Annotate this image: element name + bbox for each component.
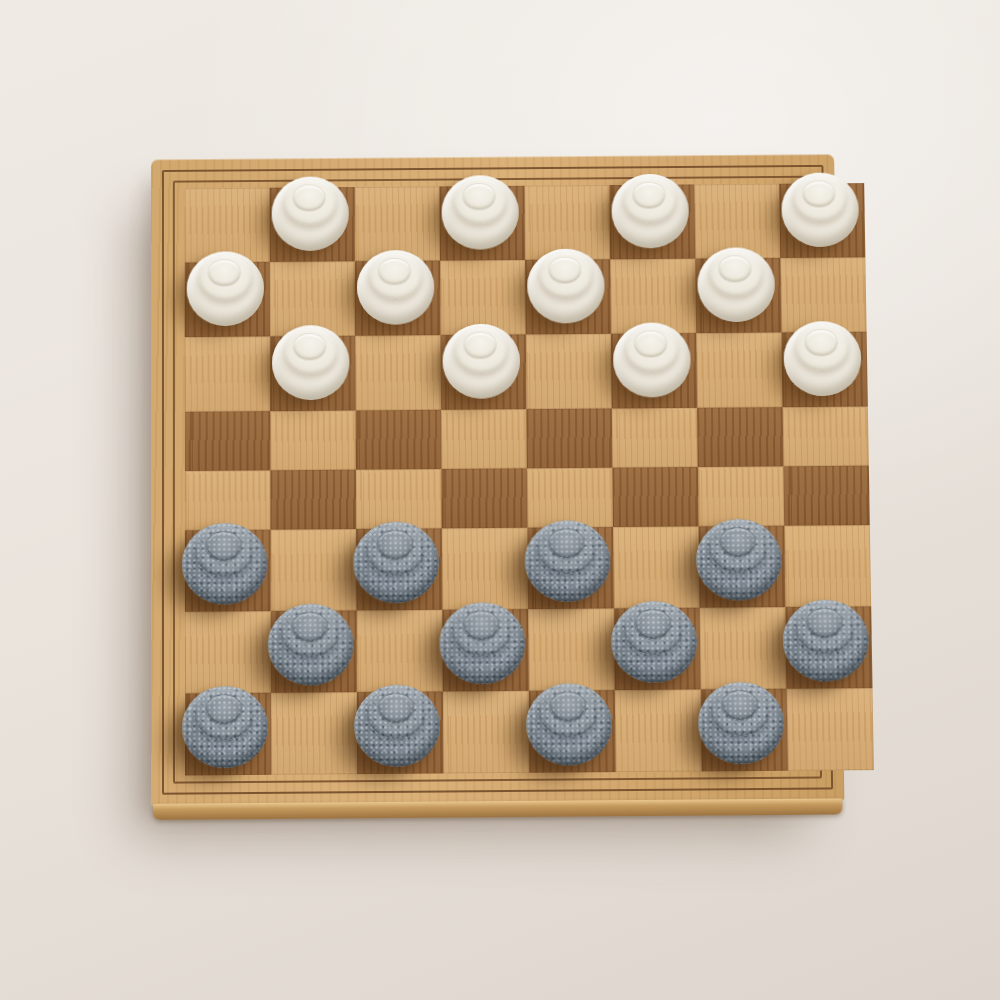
checker-knob bbox=[292, 613, 326, 642]
square-r5c7[interactable] bbox=[698, 466, 784, 526]
square-r5c1[interactable] bbox=[185, 470, 271, 530]
white-checker[interactable] bbox=[272, 325, 350, 400]
square-r4c6[interactable] bbox=[612, 408, 698, 468]
checker-knob bbox=[720, 528, 755, 556]
square-r6c4[interactable] bbox=[442, 528, 528, 610]
checker-knob bbox=[464, 184, 495, 210]
gray-checker[interactable] bbox=[182, 686, 268, 769]
checker-knob bbox=[207, 695, 241, 724]
checker-knob bbox=[209, 260, 240, 286]
checker-knob bbox=[549, 530, 584, 558]
checker-knob bbox=[207, 532, 241, 560]
gray-checker[interactable] bbox=[354, 684, 440, 767]
checker-cap bbox=[368, 253, 422, 300]
gray-checker[interactable] bbox=[353, 521, 439, 603]
checker-cap bbox=[283, 179, 336, 225]
square-r7c1[interactable] bbox=[185, 611, 271, 693]
gray-checker[interactable] bbox=[439, 602, 525, 684]
square-r8c8[interactable] bbox=[787, 688, 874, 771]
square-r3c8[interactable] bbox=[781, 332, 867, 407]
gray-checker[interactable] bbox=[782, 599, 869, 681]
checker-knob bbox=[294, 185, 325, 211]
square-r6c2[interactable] bbox=[271, 529, 357, 611]
square-r7c2[interactable] bbox=[271, 610, 357, 692]
square-r7c4[interactable] bbox=[442, 609, 528, 691]
white-checker[interactable] bbox=[272, 176, 349, 251]
board-surface bbox=[151, 154, 844, 806]
checker-knob bbox=[378, 531, 412, 559]
square-r6c7[interactable] bbox=[699, 526, 786, 608]
white-checker[interactable] bbox=[613, 322, 691, 397]
square-r3c3[interactable] bbox=[355, 335, 441, 410]
square-r5c6[interactable] bbox=[612, 467, 698, 527]
square-r3c1[interactable] bbox=[185, 336, 270, 411]
square-r3c4[interactable] bbox=[440, 334, 526, 409]
checker-cap bbox=[198, 254, 251, 301]
square-r4c5[interactable] bbox=[526, 409, 612, 469]
square-r2c1[interactable] bbox=[185, 262, 270, 337]
checker-knob bbox=[719, 256, 750, 282]
square-r2c7[interactable] bbox=[695, 258, 781, 333]
gray-checker[interactable] bbox=[182, 523, 268, 605]
checker-knob bbox=[465, 332, 496, 358]
checker-cap bbox=[539, 252, 593, 299]
square-r8c3[interactable] bbox=[357, 691, 443, 774]
checker-knob bbox=[379, 259, 410, 285]
square-r5c4[interactable] bbox=[441, 468, 527, 528]
white-checker[interactable] bbox=[357, 250, 435, 325]
square-r8c7[interactable] bbox=[701, 689, 788, 772]
white-checker[interactable] bbox=[697, 247, 775, 322]
square-r4c4[interactable] bbox=[441, 409, 527, 469]
checker-cap bbox=[793, 175, 847, 221]
gray-checker[interactable] bbox=[524, 520, 610, 602]
gray-checker[interactable] bbox=[698, 682, 785, 765]
checkers-board bbox=[151, 154, 845, 820]
square-r7c8[interactable] bbox=[785, 606, 872, 688]
checker-knob bbox=[807, 609, 842, 638]
white-checker[interactable] bbox=[441, 175, 519, 250]
square-r3c2[interactable] bbox=[270, 336, 356, 411]
white-checker[interactable] bbox=[611, 174, 689, 249]
square-r5c2[interactable] bbox=[270, 470, 356, 530]
square-r4c2[interactable] bbox=[270, 410, 356, 470]
board-grid bbox=[185, 184, 810, 776]
wall-background bbox=[0, 0, 1000, 1000]
square-r3c7[interactable] bbox=[696, 332, 782, 407]
white-checker[interactable] bbox=[187, 251, 264, 326]
square-r6c6[interactable] bbox=[613, 526, 700, 608]
square-r6c1[interactable] bbox=[185, 530, 271, 612]
square-r4c3[interactable] bbox=[356, 410, 442, 470]
checker-cap bbox=[624, 325, 678, 372]
gray-checker[interactable] bbox=[611, 601, 698, 683]
white-checker[interactable] bbox=[442, 324, 520, 399]
gray-checker[interactable] bbox=[526, 683, 613, 766]
checker-knob bbox=[549, 257, 580, 283]
checker-cap bbox=[454, 327, 508, 374]
square-r2c3[interactable] bbox=[355, 261, 441, 336]
checker-knob bbox=[806, 330, 837, 356]
square-r7c7[interactable] bbox=[700, 607, 787, 689]
square-r3c5[interactable] bbox=[526, 334, 612, 409]
checker-cap bbox=[284, 328, 338, 375]
checker-cap bbox=[795, 324, 849, 371]
square-r8c4[interactable] bbox=[443, 691, 530, 774]
gray-checker[interactable] bbox=[268, 603, 354, 685]
checker-knob bbox=[635, 331, 666, 357]
checker-knob bbox=[636, 610, 671, 639]
checker-cap bbox=[453, 178, 507, 224]
square-r4c7[interactable] bbox=[697, 407, 783, 467]
square-r1c6[interactable] bbox=[609, 184, 695, 259]
square-r5c8[interactable] bbox=[783, 466, 869, 526]
square-r4c1[interactable] bbox=[185, 411, 271, 471]
square-r3c6[interactable] bbox=[611, 333, 697, 408]
white-checker[interactable] bbox=[527, 249, 605, 324]
square-r8c2[interactable] bbox=[271, 692, 357, 775]
checker-knob bbox=[633, 182, 664, 208]
checker-knob bbox=[722, 691, 757, 720]
square-r7c5[interactable] bbox=[528, 608, 615, 690]
white-checker[interactable] bbox=[781, 172, 859, 247]
checker-cap bbox=[709, 250, 763, 297]
checker-knob bbox=[294, 334, 325, 360]
square-r8c5[interactable] bbox=[529, 690, 616, 773]
gray-checker[interactable] bbox=[696, 519, 783, 601]
square-r2c5[interactable] bbox=[525, 259, 611, 334]
square-r8c6[interactable] bbox=[615, 689, 702, 772]
checker-knob bbox=[464, 612, 499, 641]
checker-cap bbox=[623, 177, 677, 223]
square-r7c3[interactable] bbox=[357, 610, 443, 692]
square-r6c5[interactable] bbox=[527, 527, 613, 609]
square-r8c1[interactable] bbox=[185, 693, 271, 776]
square-r1c2[interactable] bbox=[270, 187, 355, 262]
square-r1c4[interactable] bbox=[439, 186, 525, 261]
square-r7c6[interactable] bbox=[614, 608, 701, 690]
square-r5c3[interactable] bbox=[356, 469, 442, 529]
checker-knob bbox=[551, 693, 586, 722]
square-r6c8[interactable] bbox=[784, 525, 871, 607]
checker-knob bbox=[379, 694, 414, 723]
white-checker[interactable] bbox=[783, 321, 862, 396]
square-r4c8[interactable] bbox=[782, 407, 868, 467]
square-r1c8[interactable] bbox=[779, 183, 865, 258]
square-r6c3[interactable] bbox=[356, 528, 442, 610]
checker-knob bbox=[803, 181, 834, 207]
square-r5c5[interactable] bbox=[527, 468, 613, 528]
